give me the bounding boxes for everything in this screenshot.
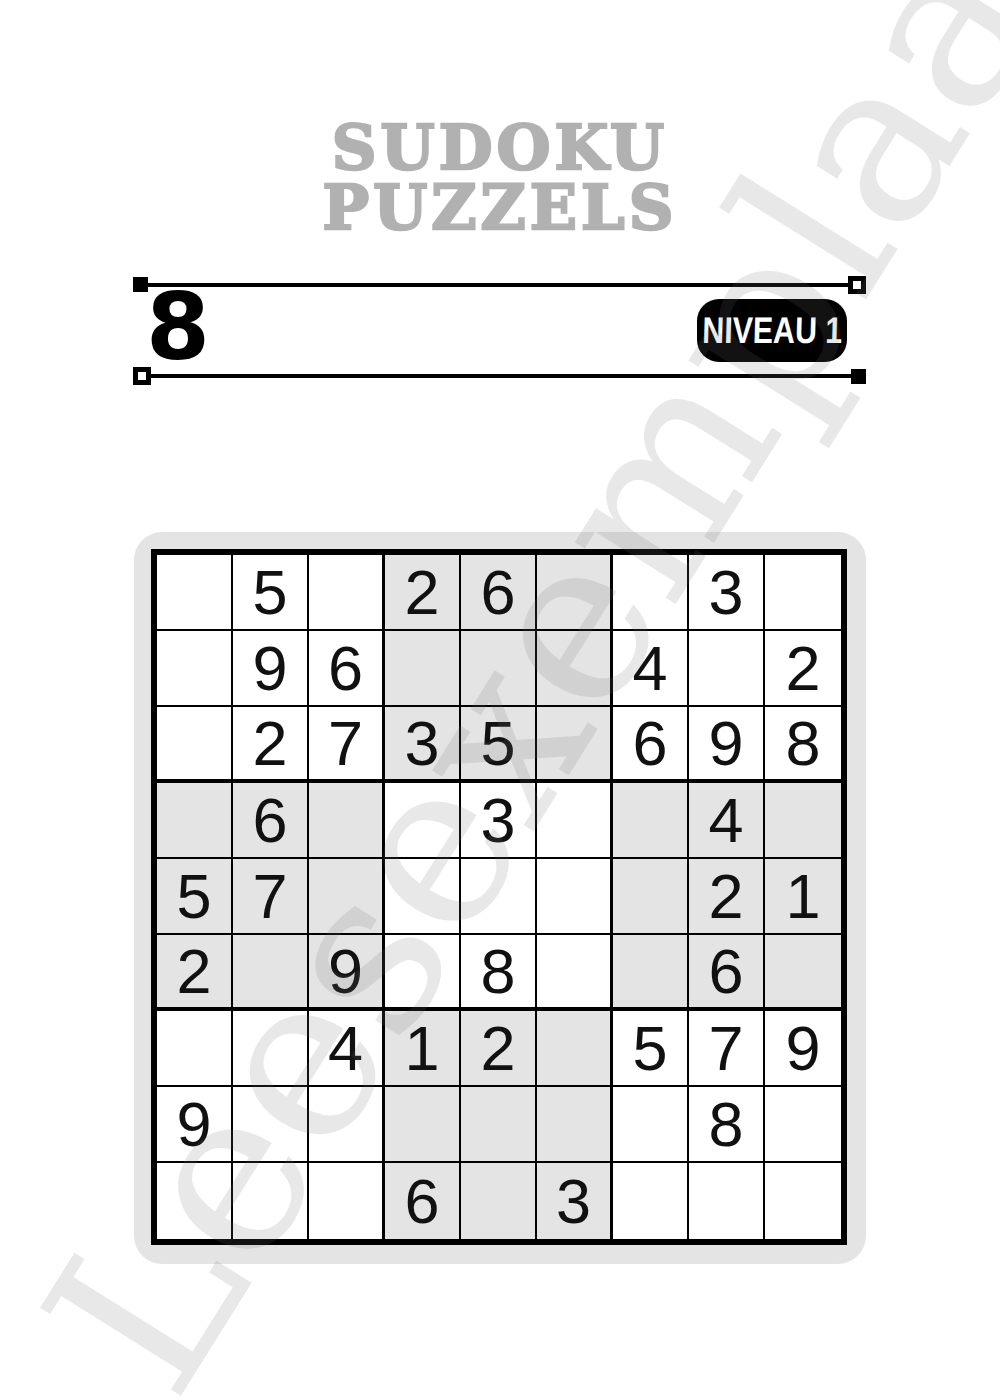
sudoku-cell-r9c3 [309,1163,385,1239]
sudoku-cell-r5c1: 5 [157,859,233,935]
sudoku-cell-r1c6 [537,555,613,631]
sudoku-cell-r1c4: 2 [385,555,461,631]
sudoku-cell-r6c6 [537,935,613,1011]
sudoku-cell-r5c8: 2 [689,859,765,935]
sudoku-cell-r3c9: 8 [765,707,841,783]
sudoku-cell-r9c8 [689,1163,765,1239]
sudoku-cell-r3c1 [157,707,233,783]
sudoku-cell-r6c4 [385,935,461,1011]
sudoku-cell-r6c7 [613,935,689,1011]
sudoku-cell-r8c6 [537,1087,613,1163]
header-rule-bottom [147,374,854,378]
sudoku-cell-r3c7: 6 [613,707,689,783]
sudoku-cell-r2c6 [537,631,613,707]
sudoku-cell-r9c6: 3 [537,1163,613,1239]
sudoku-cell-r2c9: 2 [765,631,841,707]
sudoku-cell-r5c3 [309,859,385,935]
sudoku-cell-r1c8: 3 [689,555,765,631]
sudoku-cell-r9c1 [157,1163,233,1239]
sudoku-cell-r3c3: 7 [309,707,385,783]
sudoku-cell-r9c9 [765,1163,841,1239]
sudoku-cell-r5c6 [537,859,613,935]
sudoku-cell-r2c1 [157,631,233,707]
sudoku-cell-r9c2 [233,1163,309,1239]
sudoku-cell-r3c8: 9 [689,707,765,783]
sudoku-cell-r2c3: 6 [309,631,385,707]
sudoku-cell-r4c1 [157,783,233,859]
sudoku-cell-r6c9 [765,935,841,1011]
sudoku-cell-r4c2: 6 [233,783,309,859]
sudoku-cell-r4c4 [385,783,461,859]
sudoku-cell-r9c5 [461,1163,537,1239]
sudoku-cell-r6c8: 6 [689,935,765,1011]
sudoku-cell-r1c9 [765,555,841,631]
sudoku-cell-r3c4: 3 [385,707,461,783]
sudoku-cell-r7c5: 2 [461,1011,537,1087]
sudoku-cell-r7c4: 1 [385,1011,461,1087]
sudoku-cell-r9c7 [613,1163,689,1239]
sudoku-cell-r5c2: 7 [233,859,309,935]
sudoku-cell-r1c7 [613,555,689,631]
sudoku-cell-r7c2 [233,1011,309,1087]
sudoku-cell-r8c4 [385,1087,461,1163]
sudoku-cell-r7c1 [157,1011,233,1087]
sudoku-cell-r3c2: 2 [233,707,309,783]
title-line-1: SUDOKU [0,118,1000,178]
sudoku-cell-r5c4 [385,859,461,935]
sudoku-cell-r1c3 [309,555,385,631]
board-card: 526396422735698634572129864125799863 [134,532,866,1264]
sudoku-cell-r4c3 [309,783,385,859]
sudoku-cell-r5c5 [461,859,537,935]
title-line-2: PUZZELS [0,178,1000,238]
sudoku-cell-r4c7 [613,783,689,859]
sudoku-cell-r1c2: 5 [233,555,309,631]
sudoku-cell-r8c3 [309,1087,385,1163]
sudoku-cell-r4c9 [765,783,841,859]
sudoku-cell-r3c5: 5 [461,707,537,783]
sudoku-cell-r4c8: 4 [689,783,765,859]
sudoku-cell-r8c7 [613,1087,689,1163]
sudoku-cell-r7c8: 7 [689,1011,765,1087]
sudoku-cell-r2c4 [385,631,461,707]
sudoku-cell-r6c5: 8 [461,935,537,1011]
sudoku-cell-r2c8 [689,631,765,707]
sudoku-cell-r1c5: 6 [461,555,537,631]
sudoku-cell-r6c1: 2 [157,935,233,1011]
sudoku-cell-r2c5 [461,631,537,707]
sudoku-cell-r3c6 [537,707,613,783]
rule-cap-top-right-hollow [848,276,866,294]
sudoku-cell-r7c7: 5 [613,1011,689,1087]
sudoku-cell-r7c6 [537,1011,613,1087]
sudoku-cell-r6c3: 9 [309,935,385,1011]
sudoku-cell-r8c1: 9 [157,1087,233,1163]
rule-cap-bottom-right-filled [851,369,866,384]
page-title: SUDOKU PUZZELS [0,118,1000,238]
level-badge: NIVEAU 1 [697,299,847,362]
sudoku-cell-r7c3: 4 [309,1011,385,1087]
sudoku-cell-r6c2 [233,935,309,1011]
level-badge-label: NIVEAU 1 [701,310,842,352]
sudoku-cell-r4c5: 3 [461,783,537,859]
sudoku-cell-r2c2: 9 [233,631,309,707]
header-rule-top [147,283,851,287]
sudoku-grid: 526396422735698634572129864125799863 [151,549,847,1245]
sudoku-cell-r8c9 [765,1087,841,1163]
sudoku-cell-r9c4: 6 [385,1163,461,1239]
sudoku-cell-r1c1 [157,555,233,631]
sudoku-cell-r5c9: 1 [765,859,841,935]
puzzle-number: 8 [146,286,208,370]
sudoku-cell-r8c5 [461,1087,537,1163]
sudoku-cell-r4c6 [537,783,613,859]
sudoku-cell-r8c2 [233,1087,309,1163]
sudoku-cell-r2c7: 4 [613,631,689,707]
sudoku-cell-r7c9: 9 [765,1011,841,1087]
sudoku-cell-r8c8: 8 [689,1087,765,1163]
sudoku-cell-r5c7 [613,859,689,935]
